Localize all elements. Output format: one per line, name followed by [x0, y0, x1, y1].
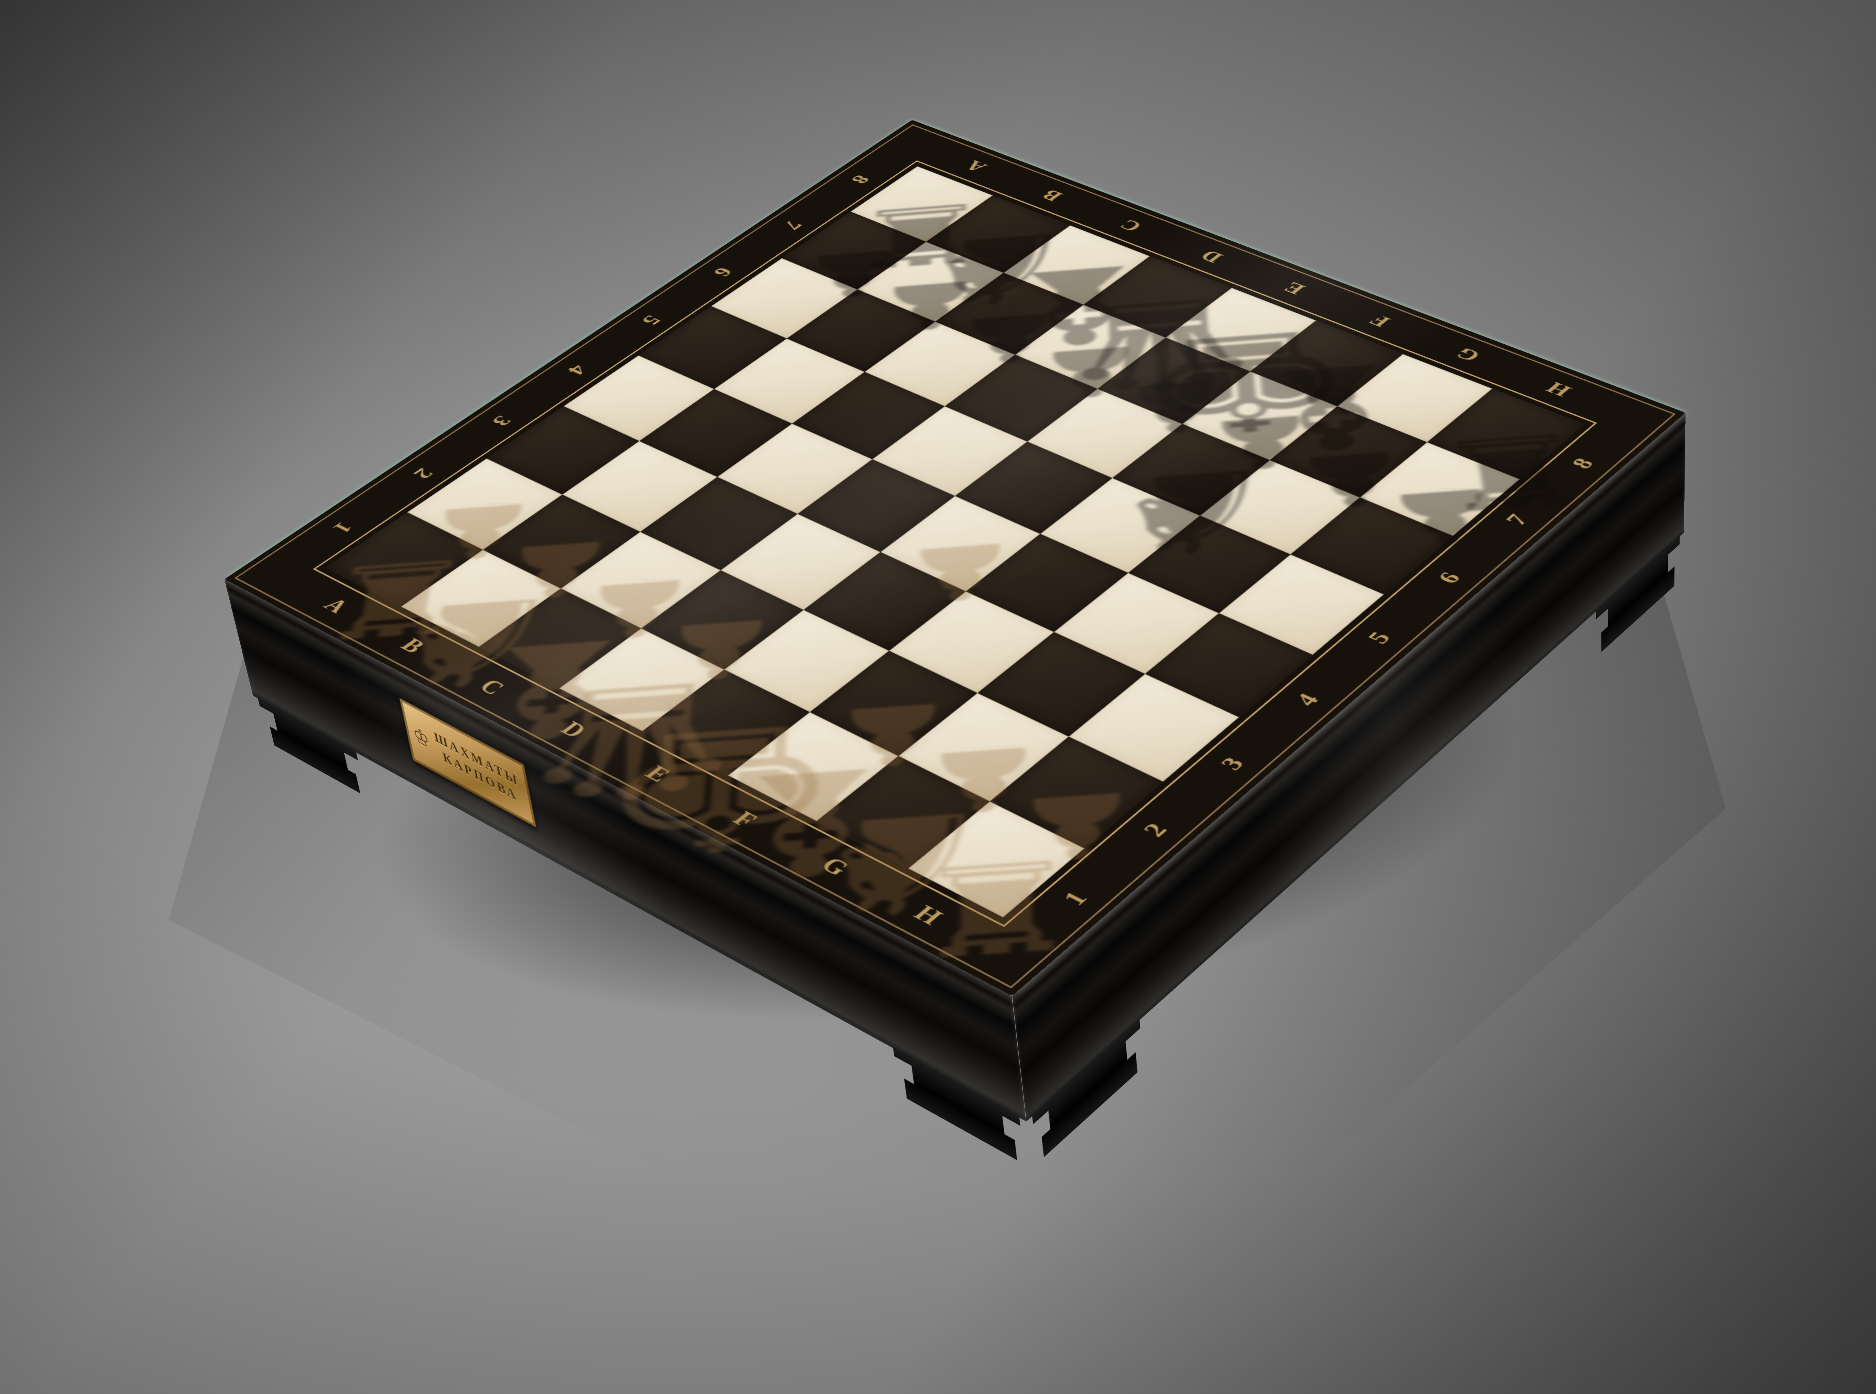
plaque-text: ШАХМАТЫ КАРПОВА	[431, 727, 526, 809]
scene: 87654321 87654321 ABCDEFGH ABCDEFGH ♜♞♝♛…	[0, 0, 1876, 1394]
bracket-foot-south	[893, 1047, 1025, 1165]
perspective-wrapper: 87654321 87654321 ABCDEFGH ABCDEFGH ♜♞♝♛…	[0, 0, 1876, 1394]
bracket-foot-east	[1596, 535, 1680, 657]
bracket-foot-west	[258, 697, 367, 797]
king-crown-icon: ♔	[411, 721, 432, 753]
chess-box: 87654321 87654321 ABCDEFGH ABCDEFGH ♜♞♝♛…	[224, 120, 1685, 996]
bracket-foot-south-2	[1032, 1018, 1144, 1163]
